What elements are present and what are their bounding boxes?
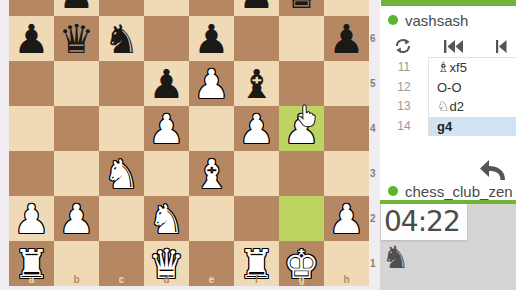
- move-number: 11: [385, 58, 423, 77]
- player-top-name[interactable]: vashsash: [405, 12, 468, 29]
- square-a3[interactable]: [9, 151, 54, 196]
- square-b6[interactable]: ♛: [54, 16, 99, 61]
- rank-label-1: 1: [370, 258, 380, 269]
- black-q-piece[interactable]: ♛: [54, 16, 99, 61]
- square-h7[interactable]: [324, 0, 369, 16]
- white-n-piece[interactable]: ♞: [144, 196, 189, 241]
- piece-figurine-icon: ♗: [437, 59, 450, 75]
- square-b4[interactable]: [54, 106, 99, 151]
- black-n-piece[interactable]: ♞: [99, 16, 144, 61]
- square-g5[interactable]: [279, 61, 324, 106]
- online-dot-icon: [388, 15, 398, 25]
- file-label-e: e: [189, 274, 234, 285]
- clock-section: 04:22 ♞: [380, 204, 516, 290]
- black-p-piece[interactable]: ♟: [324, 16, 369, 61]
- black-p-piece[interactable]: ♟: [189, 16, 234, 61]
- white-p-piece[interactable]: ♟: [54, 196, 99, 241]
- move-san[interactable]: ♘d2: [429, 97, 516, 116]
- square-c6[interactable]: ♞: [99, 16, 144, 61]
- square-f7[interactable]: ♟: [234, 0, 279, 16]
- player-bottom-name[interactable]: chess_club_zen: [405, 183, 513, 200]
- clock-card: 04:22: [381, 204, 467, 240]
- square-f5[interactable]: ♝: [234, 61, 279, 106]
- square-f3[interactable]: [234, 151, 279, 196]
- square-b5[interactable]: [54, 61, 99, 106]
- game-sidebar: vashsash 11♗xf512O-O13♘d214g4: [380, 0, 516, 290]
- square-e5[interactable]: ♟: [189, 61, 234, 106]
- square-c2[interactable]: [99, 196, 144, 241]
- online-dot-icon: [388, 186, 398, 196]
- file-label-f: f: [234, 274, 279, 285]
- sync-icon[interactable]: [394, 37, 412, 55]
- white-p-piece[interactable]: ♟: [324, 196, 369, 241]
- black-p-piece[interactable]: ♟: [144, 61, 189, 106]
- white-p-piece[interactable]: ♟: [279, 106, 324, 151]
- move-san[interactable]: ♗xf5: [429, 58, 516, 77]
- black-p-piece[interactable]: ♟: [54, 0, 99, 16]
- move-row-13[interactable]: 13♘d2: [380, 97, 516, 116]
- square-e4[interactable]: [189, 106, 234, 151]
- file-label-b: b: [54, 274, 99, 285]
- clock-time: 04:22: [384, 205, 466, 238]
- file-label-a: a: [9, 274, 54, 285]
- chess-board[interactable]: ♟♟♚♟♛♞♟♟♟♟♝♟♟♟♞♝♟♟♞♟♜♛♜♚: [9, 0, 369, 286]
- move-san[interactable]: g4: [429, 117, 516, 136]
- square-f2[interactable]: [234, 196, 279, 241]
- square-b7[interactable]: ♟: [54, 0, 99, 16]
- square-a6[interactable]: ♟: [9, 16, 54, 61]
- move-san[interactable]: O-O: [429, 78, 516, 97]
- white-p-piece[interactable]: ♟: [234, 106, 279, 151]
- move-number: 13: [385, 97, 423, 116]
- square-h2[interactable]: ♟: [324, 196, 369, 241]
- black-b-piece[interactable]: ♝: [234, 61, 279, 106]
- first-move-icon[interactable]: [444, 40, 463, 53]
- square-d4[interactable]: ♟: [144, 106, 189, 151]
- square-c7[interactable]: [99, 0, 144, 16]
- square-e7[interactable]: [189, 0, 234, 16]
- square-e6[interactable]: ♟: [189, 16, 234, 61]
- rank-label-2: 2: [370, 213, 380, 224]
- white-p-piece[interactable]: ♟: [189, 61, 234, 106]
- square-g7[interactable]: ♚: [279, 0, 324, 16]
- square-c5[interactable]: [99, 61, 144, 106]
- square-a2[interactable]: ♟: [9, 196, 54, 241]
- square-d3[interactable]: [144, 151, 189, 196]
- move-row-14[interactable]: 14g4: [380, 117, 516, 136]
- square-h4[interactable]: [324, 106, 369, 151]
- white-p-piece[interactable]: ♟: [144, 106, 189, 151]
- move-number: 12: [385, 78, 423, 97]
- square-e3[interactable]: ♝: [189, 151, 234, 196]
- piece-figurine-icon: ♘: [437, 98, 450, 114]
- square-f6[interactable]: [234, 16, 279, 61]
- rank-label-4: 4: [370, 123, 380, 134]
- square-g6[interactable]: [279, 16, 324, 61]
- top-accent-bar: [381, 0, 516, 6]
- rank-label-6: 6: [370, 33, 380, 44]
- black-k-piece[interactable]: ♚: [279, 0, 324, 16]
- square-d6[interactable]: [144, 16, 189, 61]
- black-p-piece[interactable]: ♟: [9, 16, 54, 61]
- file-label-h: h: [324, 274, 369, 285]
- player-top-row[interactable]: vashsash: [380, 12, 516, 32]
- square-a4[interactable]: [9, 106, 54, 151]
- move-row-11[interactable]: 11♗xf5: [380, 58, 516, 77]
- app-window: ♟♟♚♟♛♞♟♟♟♟♝♟♟♟♞♝♟♟♞♟♜♛♜♚ abcdefgh123456 …: [0, 0, 516, 290]
- square-a7[interactable]: [9, 0, 54, 16]
- square-a5[interactable]: [9, 61, 54, 106]
- move-row-12[interactable]: 12O-O: [380, 78, 516, 97]
- white-b-piece[interactable]: ♝: [189, 151, 234, 196]
- square-d2[interactable]: ♞: [144, 196, 189, 241]
- square-g2[interactable]: [279, 196, 324, 241]
- square-h6[interactable]: ♟: [324, 16, 369, 61]
- square-d5[interactable]: ♟: [144, 61, 189, 106]
- square-f4[interactable]: ♟: [234, 106, 279, 151]
- prev-move-icon[interactable]: [496, 40, 508, 53]
- square-b3[interactable]: [54, 151, 99, 196]
- square-g3[interactable]: [279, 151, 324, 196]
- file-label-d: d: [144, 274, 189, 285]
- square-d7[interactable]: [144, 0, 189, 16]
- square-b2[interactable]: ♟: [54, 196, 99, 241]
- square-c3[interactable]: ♞: [99, 151, 144, 196]
- square-g4[interactable]: ♟: [279, 106, 324, 151]
- square-c4[interactable]: [99, 106, 144, 151]
- takeback-arrow-button[interactable]: [479, 157, 507, 183]
- square-e2[interactable]: [189, 196, 234, 241]
- white-p-piece[interactable]: ♟: [9, 196, 54, 241]
- square-h5[interactable]: [324, 61, 369, 106]
- square-h3[interactable]: [324, 151, 369, 196]
- black-knight-icon: ♞: [382, 240, 410, 274]
- move-number: 14: [385, 117, 423, 136]
- white-n-piece[interactable]: ♞: [99, 151, 144, 196]
- file-label-c: c: [99, 274, 144, 285]
- rank-label-3: 3: [370, 168, 380, 179]
- rank-label-5: 5: [370, 78, 380, 89]
- file-label-g: g: [279, 274, 324, 285]
- black-p-piece[interactable]: ♟: [234, 0, 279, 16]
